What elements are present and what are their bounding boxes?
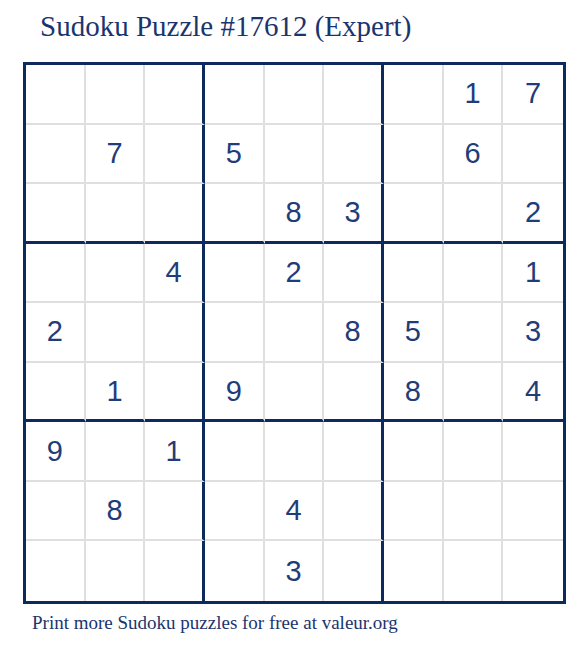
sudoku-cell[interactable] <box>26 184 86 244</box>
sudoku-cell[interactable]: 8 <box>86 482 146 542</box>
sudoku-cell[interactable] <box>265 125 325 185</box>
sudoku-cell[interactable] <box>265 65 325 125</box>
sudoku-cell[interactable] <box>205 184 265 244</box>
sudoku-cell[interactable] <box>384 541 444 601</box>
sudoku-cell[interactable]: 9 <box>26 422 86 482</box>
sudoku-cell[interactable]: 6 <box>444 125 504 185</box>
sudoku-cell[interactable] <box>384 65 444 125</box>
sudoku-cell[interactable] <box>26 244 86 304</box>
sudoku-cell[interactable] <box>444 541 504 601</box>
sudoku-cell[interactable] <box>324 422 384 482</box>
sudoku-cell[interactable]: 4 <box>145 244 205 304</box>
sudoku-cell[interactable] <box>384 244 444 304</box>
sudoku-cell[interactable] <box>324 65 384 125</box>
sudoku-cell[interactable] <box>265 363 325 423</box>
sudoku-cell[interactable] <box>205 541 265 601</box>
sudoku-cell[interactable]: 1 <box>503 244 563 304</box>
sudoku-cell[interactable]: 5 <box>205 125 265 185</box>
sudoku-cell[interactable]: 2 <box>503 184 563 244</box>
sudoku-cell[interactable] <box>145 541 205 601</box>
sudoku-cell[interactable] <box>145 482 205 542</box>
sudoku-cell[interactable]: 1 <box>86 363 146 423</box>
sudoku-cell[interactable] <box>324 541 384 601</box>
sudoku-cell[interactable] <box>145 125 205 185</box>
sudoku-cell[interactable] <box>86 244 146 304</box>
sudoku-cell[interactable] <box>86 65 146 125</box>
sudoku-cell[interactable] <box>324 363 384 423</box>
sudoku-cell[interactable]: 7 <box>86 125 146 185</box>
sudoku-page: Sudoku Puzzle #17612 (Expert) 1775683242… <box>0 0 580 651</box>
sudoku-cell[interactable] <box>444 184 504 244</box>
sudoku-cell[interactable] <box>205 244 265 304</box>
sudoku-cell[interactable] <box>444 303 504 363</box>
sudoku-cell[interactable] <box>145 184 205 244</box>
sudoku-cell[interactable] <box>324 125 384 185</box>
sudoku-cell[interactable]: 4 <box>265 482 325 542</box>
sudoku-cell[interactable] <box>86 422 146 482</box>
footer-text: Print more Sudoku puzzles for free at va… <box>32 612 398 634</box>
sudoku-cell[interactable]: 1 <box>145 422 205 482</box>
sudoku-cell[interactable]: 3 <box>324 184 384 244</box>
sudoku-cell[interactable] <box>324 244 384 304</box>
sudoku-cell[interactable]: 9 <box>205 363 265 423</box>
page-title: Sudoku Puzzle #17612 (Expert) <box>40 10 411 43</box>
sudoku-cell[interactable] <box>145 65 205 125</box>
sudoku-cell[interactable] <box>265 422 325 482</box>
sudoku-cell[interactable] <box>86 184 146 244</box>
sudoku-cell[interactable] <box>86 303 146 363</box>
sudoku-cell[interactable] <box>444 244 504 304</box>
sudoku-cell[interactable] <box>205 482 265 542</box>
sudoku-cell[interactable] <box>503 422 563 482</box>
sudoku-cell[interactable]: 8 <box>265 184 325 244</box>
sudoku-cell[interactable] <box>26 65 86 125</box>
sudoku-cell[interactable]: 3 <box>265 541 325 601</box>
sudoku-cell[interactable]: 5 <box>384 303 444 363</box>
sudoku-cell[interactable] <box>26 125 86 185</box>
sudoku-cell[interactable]: 2 <box>26 303 86 363</box>
sudoku-cell[interactable] <box>444 482 504 542</box>
sudoku-cell[interactable]: 8 <box>384 363 444 423</box>
sudoku-cell[interactable] <box>205 303 265 363</box>
sudoku-cell[interactable] <box>384 422 444 482</box>
sudoku-cell[interactable] <box>503 482 563 542</box>
sudoku-board: 177568324212853198491843 <box>23 62 566 604</box>
sudoku-cell[interactable] <box>384 482 444 542</box>
sudoku-cell[interactable] <box>26 541 86 601</box>
sudoku-cell[interactable]: 1 <box>444 65 504 125</box>
sudoku-cell[interactable]: 7 <box>503 65 563 125</box>
sudoku-cell[interactable]: 2 <box>265 244 325 304</box>
sudoku-cell[interactable] <box>503 541 563 601</box>
sudoku-cell[interactable] <box>444 363 504 423</box>
sudoku-cell[interactable] <box>265 303 325 363</box>
sudoku-cell[interactable] <box>145 363 205 423</box>
sudoku-cell[interactable] <box>444 422 504 482</box>
sudoku-cell[interactable] <box>503 125 563 185</box>
sudoku-cell[interactable] <box>26 363 86 423</box>
sudoku-cell[interactable] <box>384 184 444 244</box>
sudoku-cell[interactable]: 3 <box>503 303 563 363</box>
sudoku-cell[interactable] <box>26 482 86 542</box>
sudoku-cell[interactable] <box>86 541 146 601</box>
sudoku-cell[interactable] <box>384 125 444 185</box>
sudoku-cell[interactable] <box>205 422 265 482</box>
sudoku-cell[interactable] <box>324 482 384 542</box>
sudoku-cell[interactable] <box>205 65 265 125</box>
sudoku-cell[interactable] <box>145 303 205 363</box>
sudoku-cell[interactable]: 4 <box>503 363 563 423</box>
sudoku-cell[interactable]: 8 <box>324 303 384 363</box>
